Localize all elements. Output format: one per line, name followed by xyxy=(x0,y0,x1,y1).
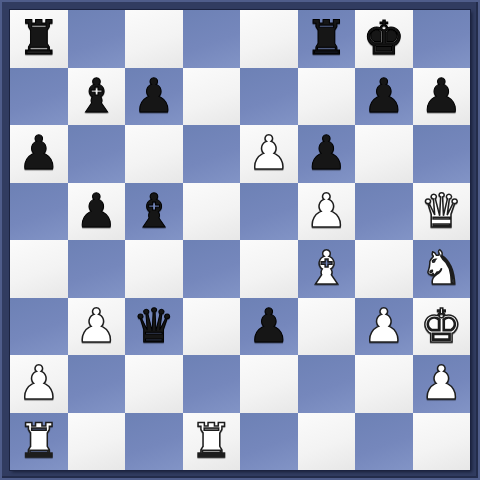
square-f8[interactable]: ♜ xyxy=(298,10,356,68)
square-a2[interactable]: ♟ xyxy=(10,355,68,413)
black-pawn[interactable]: ♟ xyxy=(305,129,347,176)
square-f2[interactable] xyxy=(298,355,356,413)
square-g2[interactable] xyxy=(355,355,413,413)
white-king[interactable]: ♚ xyxy=(420,302,462,349)
square-e2[interactable] xyxy=(240,355,298,413)
chess-board-frame: ♜♜♚♝♟♟♟♟♟♟♟♝♟♛♝♞♟♛♟♟♚♟♟♜♜ xyxy=(0,0,480,480)
square-h2[interactable]: ♟ xyxy=(413,355,471,413)
square-d1[interactable]: ♜ xyxy=(183,413,241,471)
square-e7[interactable] xyxy=(240,68,298,126)
square-c1[interactable] xyxy=(125,413,183,471)
square-b2[interactable] xyxy=(68,355,126,413)
white-pawn[interactable]: ♟ xyxy=(75,302,117,349)
black-rook[interactable]: ♜ xyxy=(305,14,347,61)
square-h6[interactable] xyxy=(413,125,471,183)
square-a7[interactable] xyxy=(10,68,68,126)
square-c3[interactable]: ♛ xyxy=(125,298,183,356)
square-g8[interactable]: ♚ xyxy=(355,10,413,68)
square-a4[interactable] xyxy=(10,240,68,298)
chess-board: ♜♜♚♝♟♟♟♟♟♟♟♝♟♛♝♞♟♛♟♟♚♟♟♜♜ xyxy=(10,10,470,470)
square-f3[interactable] xyxy=(298,298,356,356)
square-d2[interactable] xyxy=(183,355,241,413)
square-h5[interactable]: ♛ xyxy=(413,183,471,241)
square-d5[interactable] xyxy=(183,183,241,241)
square-g6[interactable] xyxy=(355,125,413,183)
square-f6[interactable]: ♟ xyxy=(298,125,356,183)
square-g1[interactable] xyxy=(355,413,413,471)
square-b5[interactable]: ♟ xyxy=(68,183,126,241)
square-g7[interactable]: ♟ xyxy=(355,68,413,126)
white-bishop[interactable]: ♝ xyxy=(305,244,347,291)
white-pawn[interactable]: ♟ xyxy=(305,187,347,234)
black-pawn[interactable]: ♟ xyxy=(420,72,462,119)
square-b6[interactable] xyxy=(68,125,126,183)
square-a8[interactable]: ♜ xyxy=(10,10,68,68)
square-e6[interactable]: ♟ xyxy=(240,125,298,183)
square-h3[interactable]: ♚ xyxy=(413,298,471,356)
square-b8[interactable] xyxy=(68,10,126,68)
square-e8[interactable] xyxy=(240,10,298,68)
square-a1[interactable]: ♜ xyxy=(10,413,68,471)
black-bishop[interactable]: ♝ xyxy=(133,187,175,234)
black-bishop[interactable]: ♝ xyxy=(75,72,117,119)
black-pawn[interactable]: ♟ xyxy=(133,72,175,119)
square-c7[interactable]: ♟ xyxy=(125,68,183,126)
white-knight[interactable]: ♞ xyxy=(420,244,462,291)
square-f7[interactable] xyxy=(298,68,356,126)
white-pawn[interactable]: ♟ xyxy=(18,359,60,406)
square-h7[interactable]: ♟ xyxy=(413,68,471,126)
black-rook[interactable]: ♜ xyxy=(18,14,60,61)
square-c8[interactable] xyxy=(125,10,183,68)
square-c6[interactable] xyxy=(125,125,183,183)
square-f1[interactable] xyxy=(298,413,356,471)
black-pawn[interactable]: ♟ xyxy=(75,187,117,234)
white-rook[interactable]: ♜ xyxy=(18,417,60,464)
square-d4[interactable] xyxy=(183,240,241,298)
white-pawn[interactable]: ♟ xyxy=(248,129,290,176)
black-king[interactable]: ♚ xyxy=(363,14,405,61)
square-b3[interactable]: ♟ xyxy=(68,298,126,356)
black-queen[interactable]: ♛ xyxy=(133,302,175,349)
square-d7[interactable] xyxy=(183,68,241,126)
white-pawn[interactable]: ♟ xyxy=(363,302,405,349)
square-g4[interactable] xyxy=(355,240,413,298)
square-b7[interactable]: ♝ xyxy=(68,68,126,126)
square-e1[interactable] xyxy=(240,413,298,471)
square-c5[interactable]: ♝ xyxy=(125,183,183,241)
square-e5[interactable] xyxy=(240,183,298,241)
square-a3[interactable] xyxy=(10,298,68,356)
square-h1[interactable] xyxy=(413,413,471,471)
square-d8[interactable] xyxy=(183,10,241,68)
black-pawn[interactable]: ♟ xyxy=(248,302,290,349)
square-f4[interactable]: ♝ xyxy=(298,240,356,298)
white-pawn[interactable]: ♟ xyxy=(420,359,462,406)
square-d6[interactable] xyxy=(183,125,241,183)
square-a5[interactable] xyxy=(10,183,68,241)
square-d3[interactable] xyxy=(183,298,241,356)
square-c2[interactable] xyxy=(125,355,183,413)
square-g3[interactable]: ♟ xyxy=(355,298,413,356)
black-pawn[interactable]: ♟ xyxy=(363,72,405,119)
square-a6[interactable]: ♟ xyxy=(10,125,68,183)
black-pawn[interactable]: ♟ xyxy=(18,129,60,176)
square-b1[interactable] xyxy=(68,413,126,471)
square-e4[interactable] xyxy=(240,240,298,298)
square-e3[interactable]: ♟ xyxy=(240,298,298,356)
square-b4[interactable] xyxy=(68,240,126,298)
square-g5[interactable] xyxy=(355,183,413,241)
white-rook[interactable]: ♜ xyxy=(190,417,232,464)
square-h4[interactable]: ♞ xyxy=(413,240,471,298)
square-c4[interactable] xyxy=(125,240,183,298)
white-queen[interactable]: ♛ xyxy=(420,187,462,234)
square-h8[interactable] xyxy=(413,10,471,68)
square-f5[interactable]: ♟ xyxy=(298,183,356,241)
